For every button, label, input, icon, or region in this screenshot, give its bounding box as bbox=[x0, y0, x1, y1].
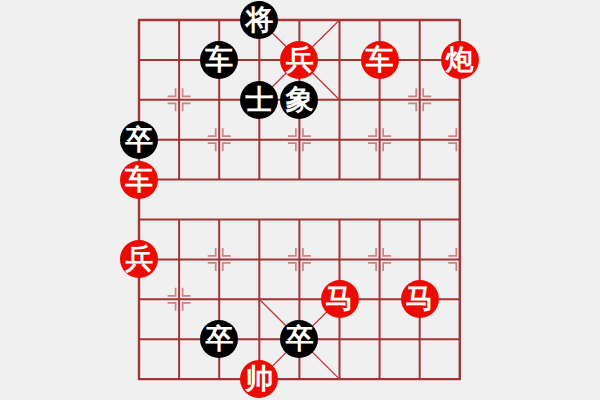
red-cannon[interactable]: 炮 bbox=[441, 41, 479, 79]
red-soldier-1[interactable]: 兵 bbox=[280, 41, 318, 79]
black-elephant[interactable]: 象 bbox=[280, 81, 318, 119]
black-general[interactable]: 将 bbox=[240, 1, 278, 39]
black-chariot[interactable]: 车 bbox=[200, 41, 238, 79]
xiangqi-board[interactable]: 将车兵车炮士象卒车兵马马卒卒帅 bbox=[139, 20, 460, 379]
red-chariot-2[interactable]: 车 bbox=[120, 161, 158, 199]
black-advisor[interactable]: 士 bbox=[240, 81, 278, 119]
red-horse-2[interactable]: 马 bbox=[401, 280, 439, 318]
red-chariot-1[interactable]: 车 bbox=[361, 41, 399, 79]
red-horse-1[interactable]: 马 bbox=[321, 280, 359, 318]
red-general[interactable]: 帅 bbox=[240, 360, 278, 398]
xiangqi-screenshot: 将车兵车炮士象卒车兵马马卒卒帅 bbox=[0, 0, 600, 400]
black-soldier-3[interactable]: 卒 bbox=[280, 320, 318, 358]
red-soldier-2[interactable]: 兵 bbox=[120, 240, 158, 278]
black-soldier-1[interactable]: 卒 bbox=[120, 121, 158, 159]
black-soldier-2[interactable]: 卒 bbox=[200, 320, 238, 358]
